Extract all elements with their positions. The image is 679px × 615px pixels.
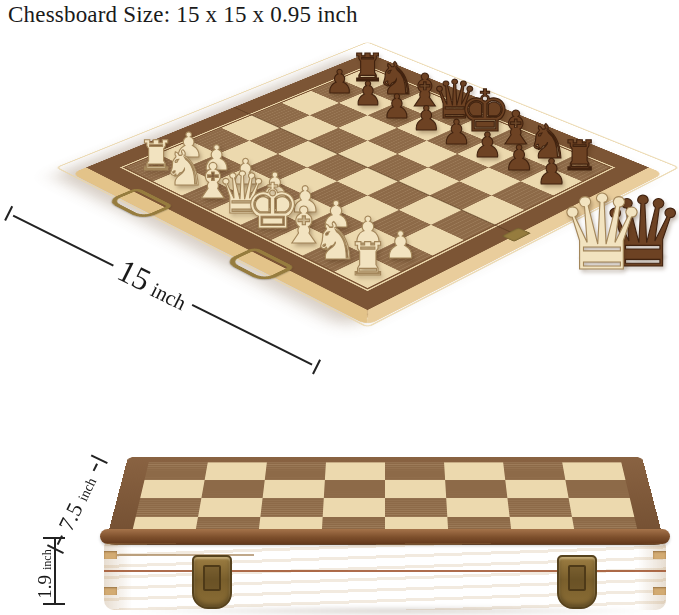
finger-joint <box>653 587 666 595</box>
clasp-ring-right <box>223 247 296 283</box>
folded-top-square <box>446 498 509 517</box>
dimension-line <box>192 304 313 366</box>
dimension-folded-thickness-label: 1.9 inch <box>34 549 56 598</box>
folded-top-square <box>385 480 446 498</box>
brass-latch-left <box>192 555 232 609</box>
folded-top-square <box>323 498 385 517</box>
finger-joint <box>653 551 666 559</box>
folded-box-figure: Folded size: 15 x 7.5 x 1.9 inch 7.5 inc… <box>0 392 679 615</box>
folded-top-square <box>140 480 204 498</box>
clasp-ring-left <box>106 187 175 219</box>
folded-top-square <box>136 498 202 517</box>
folded-top-square <box>505 480 568 498</box>
dimension-value: 7.5 <box>53 499 88 535</box>
box-ground-shadow <box>120 606 670 615</box>
brass-latch-right <box>557 555 597 609</box>
folded-box-walnut-lip <box>100 529 670 544</box>
folded-top-square <box>565 480 629 498</box>
dimension-value: 1.9 <box>34 575 56 599</box>
folded-top-square <box>503 462 565 479</box>
dimension-folded-depth-label: 7.5 inch <box>52 469 103 538</box>
open-board-caption: Chessboard Size: 15 x 15 x 0.95 inch <box>8 2 358 28</box>
folded-top-square <box>324 480 385 498</box>
folded-top-grid <box>131 462 639 536</box>
dimension-tick <box>43 537 65 539</box>
folded-top-square <box>325 462 385 479</box>
folded-top-square <box>201 480 264 498</box>
dimension-unit: inch <box>40 549 55 570</box>
dimension-unit: inch <box>75 475 100 504</box>
front-groove-line <box>104 554 254 556</box>
folded-top-square <box>265 462 326 479</box>
folded-top-square <box>205 462 267 479</box>
folded-top-square <box>445 480 507 498</box>
dimension-tick <box>312 359 321 374</box>
folded-top-square <box>263 480 325 498</box>
folded-top-square <box>444 462 505 479</box>
dimension-tick <box>4 205 13 220</box>
product-image: Chessboard Size: 15 x 15 x 0.95 inch ♜♞♝… <box>0 0 679 615</box>
folded-top-square <box>562 462 625 479</box>
dimension-line <box>13 214 114 266</box>
dimension-board-width-label: 15 inch <box>109 250 197 319</box>
folded-top-square <box>145 462 208 479</box>
dimension-tick <box>43 603 65 605</box>
extra-black-queen-shadow <box>616 251 670 263</box>
open-chessboard-figure: Chessboard Size: 15 x 15 x 0.95 inch ♜♞♝… <box>0 0 679 392</box>
folded-top-square <box>385 462 445 479</box>
folded-top-square <box>260 498 323 517</box>
folded-top-square <box>385 498 447 517</box>
folded-top-square <box>198 498 263 517</box>
folded-box-front <box>104 543 666 610</box>
finger-joint <box>104 551 117 559</box>
folded-top-square <box>507 498 572 517</box>
folded-top-square <box>569 498 635 517</box>
dimension-tick <box>91 455 108 465</box>
board-grid <box>126 68 610 289</box>
dimension-line <box>93 464 98 472</box>
dimension-unit: inch <box>147 278 191 317</box>
finger-joint <box>104 587 117 595</box>
